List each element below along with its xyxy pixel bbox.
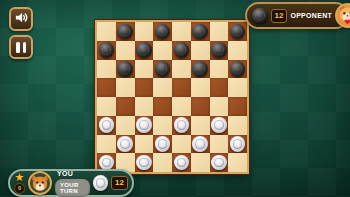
square-r4c8[interactable] — [228, 78, 247, 97]
white-piece[interactable] — [117, 136, 133, 152]
opponent-piece-count: 12 — [271, 9, 288, 23]
square-r5c5[interactable] — [172, 97, 191, 116]
white-piece[interactable] — [174, 155, 190, 171]
square-r7c4[interactable] — [153, 135, 172, 154]
white-piece[interactable] — [136, 117, 152, 133]
square-r4c4[interactable] — [153, 78, 172, 97]
black-piece[interactable] — [99, 42, 115, 58]
square-r6c7[interactable] — [210, 116, 229, 135]
square-r1c4[interactable] — [153, 22, 172, 41]
player-panel: 0 YOU YOUR TURN 12 — [8, 169, 134, 197]
turn-indicator-badge: YOUR TURN — [55, 179, 90, 197]
square-r8c3[interactable] — [135, 153, 154, 172]
square-r2c3[interactable] — [135, 41, 154, 60]
square-r8c8[interactable] — [228, 153, 247, 172]
square-r5c7[interactable] — [210, 97, 229, 116]
pause-button[interactable] — [9, 35, 33, 59]
black-piece[interactable] — [230, 24, 246, 40]
square-r5c8[interactable] — [228, 97, 247, 116]
player-avatar[interactable] — [28, 171, 52, 195]
square-r8c4[interactable] — [153, 153, 172, 172]
square-r1c5[interactable] — [172, 22, 191, 41]
board[interactable] — [95, 20, 249, 174]
white-piece[interactable] — [192, 136, 208, 152]
square-r1c6[interactable] — [191, 22, 210, 41]
square-r3c7[interactable] — [210, 60, 229, 79]
black-piece[interactable] — [117, 24, 133, 40]
square-r6c6[interactable] — [191, 116, 210, 135]
square-r3c4[interactable] — [153, 60, 172, 79]
opponent-panel: 12 OPPONENT 0 — [245, 2, 349, 29]
square-r8c7[interactable] — [210, 153, 229, 172]
player-piece-icon — [93, 175, 109, 191]
square-r3c6[interactable] — [191, 60, 210, 79]
sound-button[interactable] — [9, 7, 33, 31]
square-r6c5[interactable] — [172, 116, 191, 135]
black-piece[interactable] — [174, 42, 190, 58]
black-piece[interactable] — [230, 61, 246, 77]
black-piece[interactable] — [211, 42, 227, 58]
square-r8c5[interactable] — [172, 153, 191, 172]
square-r7c7[interactable] — [210, 135, 229, 154]
square-r2c5[interactable] — [172, 41, 191, 60]
square-r3c3[interactable] — [135, 60, 154, 79]
square-r2c4[interactable] — [153, 41, 172, 60]
square-r6c4[interactable] — [153, 116, 172, 135]
square-r7c8[interactable] — [228, 135, 247, 154]
black-piece[interactable] — [192, 24, 208, 40]
square-r2c2[interactable] — [116, 41, 135, 60]
square-r4c7[interactable] — [210, 78, 229, 97]
black-piece[interactable] — [192, 61, 208, 77]
square-r4c1[interactable] — [97, 78, 116, 97]
square-r8c6[interactable] — [191, 153, 210, 172]
opponent-name: OPPONENT — [290, 12, 332, 19]
square-r4c6[interactable] — [191, 78, 210, 97]
square-r7c1[interactable] — [97, 135, 116, 154]
white-piece[interactable] — [155, 136, 171, 152]
square-r5c6[interactable] — [191, 97, 210, 116]
square-r7c6[interactable] — [191, 135, 210, 154]
black-piece[interactable] — [136, 42, 152, 58]
star-icon — [15, 172, 25, 182]
square-r7c3[interactable] — [135, 135, 154, 154]
square-r1c8[interactable] — [228, 22, 247, 41]
square-r5c2[interactable] — [116, 97, 135, 116]
square-r4c3[interactable] — [135, 78, 154, 97]
white-piece[interactable] — [211, 117, 227, 133]
white-piece[interactable] — [99, 117, 115, 133]
black-piece[interactable] — [117, 61, 133, 77]
square-r7c2[interactable] — [116, 135, 135, 154]
white-piece[interactable] — [211, 155, 227, 171]
game-background: 12 OPPONENT 0 0 — [0, 0, 350, 197]
player-star-area: 0 — [14, 172, 25, 194]
opponent-avatar[interactable] — [335, 3, 350, 28]
opponent-piece-icon — [252, 8, 268, 24]
square-r5c1[interactable] — [97, 97, 116, 116]
hamster-avatar-icon — [337, 5, 350, 26]
player-star-count: 0 — [14, 183, 25, 194]
player-name-area: YOU YOUR TURN — [55, 170, 90, 197]
player-name: YOU — [55, 170, 73, 177]
square-r3c2[interactable] — [116, 60, 135, 79]
speaker-icon — [14, 10, 29, 29]
square-r1c3[interactable] — [135, 22, 154, 41]
square-r5c3[interactable] — [135, 97, 154, 116]
square-r3c1[interactable] — [97, 60, 116, 79]
square-r1c2[interactable] — [116, 22, 135, 41]
square-r7c5[interactable] — [172, 135, 191, 154]
pause-icon — [16, 42, 26, 53]
square-r2c6[interactable] — [191, 41, 210, 60]
square-r1c7[interactable] — [210, 22, 229, 41]
square-r6c1[interactable] — [97, 116, 116, 135]
white-piece[interactable] — [174, 117, 190, 133]
square-r2c8[interactable] — [228, 41, 247, 60]
black-piece[interactable] — [155, 24, 171, 40]
white-piece[interactable] — [136, 155, 152, 171]
fox-avatar-icon — [30, 173, 50, 193]
player-piece-count: 12 — [111, 176, 128, 190]
square-r2c1[interactable] — [97, 41, 116, 60]
square-r1c1[interactable] — [97, 22, 116, 41]
square-r3c8[interactable] — [228, 60, 247, 79]
square-r4c5[interactable] — [172, 78, 191, 97]
square-r3c5[interactable] — [172, 60, 191, 79]
square-r5c4[interactable] — [153, 97, 172, 116]
black-piece[interactable] — [155, 61, 171, 77]
square-r6c3[interactable] — [135, 116, 154, 135]
square-r6c2[interactable] — [116, 116, 135, 135]
white-piece[interactable] — [230, 136, 246, 152]
square-r2c7[interactable] — [210, 41, 229, 60]
square-r4c2[interactable] — [116, 78, 135, 97]
square-r6c8[interactable] — [228, 116, 247, 135]
